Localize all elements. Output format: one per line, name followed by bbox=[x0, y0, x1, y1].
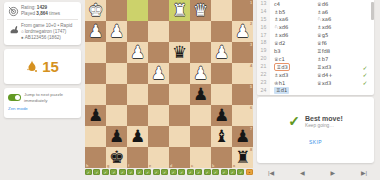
black-move-20[interactable]: ♗b7 bbox=[317, 56, 328, 63]
puzzle-info-card: Rating: 1429 Played 3,864 times From gam… bbox=[4, 2, 81, 45]
white-queen-c1[interactable]: ♛ bbox=[190, 0, 211, 21]
rating-section: Rating: 1429 Played 3,864 times bbox=[4, 2, 81, 19]
dartboard-icon bbox=[8, 6, 19, 17]
black-bishop-b7[interactable]: ♝ bbox=[211, 126, 232, 147]
white-move-20[interactable]: ♕c1 bbox=[274, 56, 285, 63]
board-square-e4[interactable]: ♟ bbox=[148, 63, 169, 84]
board-square-f6[interactable] bbox=[127, 105, 148, 126]
move-number: 15 bbox=[257, 16, 270, 24]
jump-toggle[interactable] bbox=[8, 94, 21, 101]
white-move-19[interactable]: b3 bbox=[274, 48, 281, 55]
board-square-c1[interactable]: ♛ bbox=[190, 0, 211, 21]
nav-prev-button[interactable]: ◀ bbox=[300, 170, 305, 176]
black-move-13[interactable]: ♕d6 bbox=[317, 1, 328, 8]
black-move-17[interactable]: ♕g5 bbox=[317, 32, 328, 39]
white-move-14[interactable]: ♗b5 bbox=[274, 9, 285, 16]
progress-cell-solved: ✓ bbox=[221, 169, 228, 175]
white-move-13[interactable]: c4 bbox=[274, 1, 280, 8]
progress-cell-solved: ✓ bbox=[102, 169, 109, 175]
black-pawn-b6[interactable]: ♟ bbox=[211, 105, 232, 126]
black-move-14[interactable]: ♗a6 bbox=[317, 9, 328, 16]
progress-cell-solved: ✓ bbox=[153, 169, 160, 175]
progress-cell-solved: ✓ bbox=[170, 169, 177, 175]
move-row-22: 22♗xd3♕d4+✓ bbox=[257, 71, 374, 79]
white-pawn-b3[interactable]: ♟ bbox=[211, 42, 232, 63]
settings-card: Jump to next puzzle immediately Zen mode bbox=[4, 88, 81, 118]
move-number: 21 bbox=[257, 63, 270, 71]
board-nav: |◀ ◀ ▶ ▶| bbox=[255, 166, 380, 180]
board-square-b3[interactable]: ♟ bbox=[211, 42, 232, 63]
white-move-15[interactable]: ♗xa6 bbox=[274, 16, 288, 23]
white-rook-d1[interactable]: ♜ bbox=[169, 0, 190, 21]
played-value: 3,864 bbox=[36, 11, 48, 16]
rank-label-7: 7 bbox=[250, 127, 252, 131]
board-square-f7[interactable]: ♟ bbox=[127, 126, 148, 147]
progress-cell-solved: ✓ bbox=[85, 169, 92, 175]
move-number: 18 bbox=[257, 39, 270, 47]
board-square-f2[interactable] bbox=[127, 21, 148, 42]
board-square-d4[interactable] bbox=[169, 63, 190, 84]
board-square-a7[interactable]: ♟7 bbox=[232, 126, 253, 147]
board-square-e5[interactable] bbox=[148, 84, 169, 105]
board-square-d2[interactable] bbox=[169, 21, 190, 42]
white-king-h1[interactable]: ♚ bbox=[85, 0, 106, 21]
board-square-h2[interactable]: ♟ bbox=[85, 21, 106, 42]
nav-first-button[interactable]: |◀ bbox=[268, 170, 274, 176]
progress-cell-solved: ✓ bbox=[161, 169, 168, 175]
rank-label-2: 2 bbox=[250, 22, 252, 26]
correct-move-check-icon: ✓ bbox=[356, 71, 374, 78]
best-move-check-icon: ✓ bbox=[288, 113, 300, 129]
progress-cell-solved: ✓ bbox=[136, 169, 143, 175]
progress-cell-current: ▪ bbox=[246, 169, 253, 175]
move-list[interactable]: 13c4♕d614♗b5♗a615♗xa6♘xa616♘xd6♗xd617♗xd… bbox=[257, 0, 374, 95]
move-number: 20 bbox=[257, 55, 270, 63]
move-number: 24 bbox=[257, 87, 270, 95]
progress-cell-solved: ✓ bbox=[93, 169, 100, 175]
move-row-19: 19b3♖fd8 bbox=[257, 47, 374, 55]
board-square-h6[interactable]: ♟ bbox=[85, 105, 106, 126]
white-pawn-f3[interactable]: ♟ bbox=[127, 42, 148, 63]
board-square-g6[interactable] bbox=[106, 105, 127, 126]
move-number: 13 bbox=[257, 0, 270, 8]
move-list-scrollbar[interactable] bbox=[371, 2, 374, 20]
progress-cell-solved: ✓ bbox=[187, 169, 194, 175]
black-disc-icon: ● bbox=[21, 35, 24, 40]
move-number: 22 bbox=[257, 71, 270, 79]
black-pawn-h6[interactable]: ♟ bbox=[85, 105, 106, 126]
move-row-17: 17♗xd6♕g5 bbox=[257, 32, 374, 40]
progress-cell-solved: ✓ bbox=[229, 169, 236, 175]
white-move-17[interactable]: ♗xd6 bbox=[274, 32, 288, 39]
move-row-21: 21♖d3♖xd3✓ bbox=[257, 63, 374, 71]
streak-card: 15 bbox=[4, 49, 81, 84]
board-square-c6[interactable] bbox=[190, 105, 211, 126]
move-row-15: 15♗xa6♘xa6 bbox=[257, 16, 374, 24]
zen-mode-link[interactable]: Zen mode bbox=[4, 104, 81, 113]
file-label-c: c bbox=[191, 164, 193, 168]
board-square-e1[interactable] bbox=[148, 0, 169, 21]
board-square-b1[interactable] bbox=[211, 0, 232, 21]
board-square-g4[interactable] bbox=[106, 63, 127, 84]
board-square-d1[interactable]: ♜ bbox=[169, 0, 190, 21]
black-pawn-g7[interactable]: ♟ bbox=[106, 126, 127, 147]
white-pawn-c4[interactable]: ♟ bbox=[190, 63, 211, 84]
black-pawn-f7[interactable]: ♟ bbox=[127, 126, 148, 147]
nav-last-button[interactable]: ▶| bbox=[361, 170, 367, 176]
board-square-g2[interactable]: ♟ bbox=[106, 21, 127, 42]
board-square-d3[interactable]: ♛ bbox=[169, 42, 190, 63]
board-square-h3[interactable] bbox=[85, 42, 106, 63]
progress-cell-solved: ✓ bbox=[178, 169, 185, 175]
board-square-a4[interactable]: 4 bbox=[232, 63, 253, 84]
rating-line: Rating: 1429 bbox=[21, 5, 47, 10]
progress-cell-solved: ✓ bbox=[204, 169, 211, 175]
white-pawn-e4[interactable]: ♟ bbox=[148, 63, 169, 84]
white-move-16[interactable]: ♘xd6 bbox=[274, 24, 288, 31]
black-move-22[interactable]: ♕d4+ bbox=[317, 72, 333, 79]
board-square-d5[interactable] bbox=[169, 84, 190, 105]
board-square-g5[interactable] bbox=[106, 84, 127, 105]
move-row-23: 23♔h1♕xd3✓ bbox=[257, 79, 374, 87]
jump-label: Jump to next puzzle immediately bbox=[24, 92, 77, 103]
rabbit-icon bbox=[8, 24, 19, 35]
board-square-h1[interactable]: ♚ bbox=[85, 0, 106, 21]
played-line: Played 3,864 times bbox=[21, 11, 60, 16]
move-number: 19 bbox=[257, 47, 270, 55]
board-square-h5[interactable] bbox=[85, 84, 106, 105]
rank-label-4: 4 bbox=[250, 64, 252, 68]
board-square-g8[interactable]: ♚g bbox=[106, 147, 127, 168]
black-queen-d3[interactable]: ♛ bbox=[169, 42, 190, 63]
black-move-19[interactable]: ♖fd8 bbox=[317, 48, 330, 55]
board-square-c7[interactable] bbox=[190, 126, 211, 147]
feedback-subtitle: Keep going… bbox=[305, 123, 343, 128]
black-move-23[interactable]: ♕xd3 bbox=[317, 80, 331, 87]
board-square-b7[interactable]: ♝ bbox=[211, 126, 232, 147]
white-move-18[interactable]: ♕d2 bbox=[274, 40, 285, 47]
move-row-18: 18♕d2♕f6 bbox=[257, 39, 374, 47]
board-square-c8[interactable]: c bbox=[190, 147, 211, 168]
move-row-24: 24♖d1 bbox=[257, 87, 374, 95]
chess-board[interactable]: ♚♜♛1♟♟♟2♟♛♟3♟♟4♟5♟♟6♟♟♝♟7h♚gfedcb♜8a bbox=[85, 0, 253, 168]
move-number: 14 bbox=[257, 8, 270, 16]
progress-cell-solved: ✓ bbox=[127, 169, 134, 175]
board-square-f3[interactable]: ♟ bbox=[127, 42, 148, 63]
white-disc-icon: ○ bbox=[21, 29, 24, 34]
rank-label-6: 6 bbox=[250, 106, 252, 110]
progress-cell-solved: ✓ bbox=[119, 169, 126, 175]
file-label-f: f bbox=[128, 164, 129, 168]
correct-move-check-icon: ✓ bbox=[356, 79, 374, 86]
streak-counter: 15 bbox=[42, 58, 59, 75]
streak-flame-icon bbox=[26, 60, 38, 73]
board-square-a1[interactable]: 1 bbox=[232, 0, 253, 21]
board-square-e7[interactable] bbox=[148, 126, 169, 147]
file-label-a: a bbox=[233, 164, 235, 168]
rank-label-3: 3 bbox=[250, 43, 252, 47]
rating-value: 1429 bbox=[37, 5, 47, 10]
board-square-g7[interactable]: ♟ bbox=[106, 126, 127, 147]
rank-label-5: 5 bbox=[250, 85, 252, 89]
board-square-d7[interactable] bbox=[169, 126, 190, 147]
move-row-16: 16♘xd6♗xd6 bbox=[257, 24, 374, 32]
board-square-d8[interactable]: d bbox=[169, 147, 190, 168]
board-square-e8[interactable]: e bbox=[148, 147, 169, 168]
feedback-title: Best move! bbox=[305, 115, 343, 122]
board-square-f1[interactable] bbox=[127, 0, 148, 21]
source-game-section: From game 10+0 • Rapid ○lordmegatron (17… bbox=[4, 20, 81, 43]
board-square-c3[interactable] bbox=[190, 42, 211, 63]
skip-button[interactable]: SKIP bbox=[257, 139, 374, 145]
board-square-f4[interactable] bbox=[127, 63, 148, 84]
board-square-b5[interactable] bbox=[211, 84, 232, 105]
move-row-14: 14♗b5♗a6 bbox=[257, 8, 374, 16]
board-square-d6[interactable] bbox=[169, 105, 190, 126]
move-number: 17 bbox=[257, 32, 270, 40]
board-square-c4[interactable]: ♟ bbox=[190, 63, 211, 84]
board-square-a2[interactable]: ♟2 bbox=[232, 21, 253, 42]
rank-label-1: 1 bbox=[250, 1, 252, 5]
file-label-b: b bbox=[212, 164, 214, 168]
progress-cell-solved: ✓ bbox=[144, 169, 151, 175]
black-pawn-c5[interactable]: ♟ bbox=[190, 84, 211, 105]
file-label-g: g bbox=[107, 164, 109, 168]
board-square-b4[interactable] bbox=[211, 63, 232, 84]
board-square-c5[interactable]: ♟ bbox=[190, 84, 211, 105]
board-square-h4[interactable] bbox=[85, 63, 106, 84]
white-move-22[interactable]: ♗xd3 bbox=[274, 72, 288, 79]
board-square-c2[interactable] bbox=[190, 21, 211, 42]
black-move-15[interactable]: ♘xa6 bbox=[317, 16, 331, 23]
board-square-b6[interactable]: ♟ bbox=[211, 105, 232, 126]
black-move-21[interactable]: ♖xd3 bbox=[317, 64, 331, 71]
black-move-16[interactable]: ♗xd6 bbox=[317, 24, 331, 31]
rank-label-8: 8 bbox=[250, 148, 252, 152]
from-game-link[interactable]: From game 10+0 • Rapid bbox=[21, 23, 72, 28]
black-player: ●AB123456 (1862) bbox=[21, 35, 72, 41]
white-move-21[interactable]: ♖d3 bbox=[274, 63, 290, 72]
white-move-23[interactable]: ♔h1 bbox=[274, 80, 285, 87]
progress-cell-solved: ✓ bbox=[237, 169, 244, 175]
board-square-h7[interactable] bbox=[85, 126, 106, 147]
board-square-a3[interactable]: 3 bbox=[232, 42, 253, 63]
streak-progress-bar: ✓✓✓✓✓✓✓✓✓✓✓✓✓✓✓✓✓✓✓▪ bbox=[85, 169, 253, 176]
board-square-h8[interactable]: h bbox=[85, 147, 106, 168]
board-square-f8[interactable]: f bbox=[127, 147, 148, 168]
progress-cell-solved: ✓ bbox=[110, 169, 117, 175]
move-row-13: 13c4♕d6 bbox=[257, 0, 374, 8]
puzzle-streak-screen: Rating: 1429 Played 3,864 times From gam… bbox=[0, 0, 380, 180]
board-square-a8[interactable]: ♜8a bbox=[232, 147, 253, 168]
board-square-g3[interactable] bbox=[106, 42, 127, 63]
board-square-f5[interactable] bbox=[127, 84, 148, 105]
file-label-d: d bbox=[170, 164, 172, 168]
progress-cell-solved: ✓ bbox=[212, 169, 219, 175]
progress-cell-solved: ✓ bbox=[195, 169, 202, 175]
move-number: 23 bbox=[257, 79, 270, 87]
white-move-24[interactable]: ♖d1 bbox=[274, 87, 289, 94]
board-square-e2[interactable] bbox=[148, 21, 169, 42]
board-square-e6[interactable] bbox=[148, 105, 169, 126]
board-square-g1[interactable] bbox=[106, 0, 127, 21]
nav-next-button[interactable]: ▶ bbox=[330, 170, 335, 176]
board-square-e3[interactable] bbox=[148, 42, 169, 63]
file-label-h: h bbox=[86, 164, 88, 168]
white-pawn-h2[interactable]: ♟ bbox=[85, 21, 106, 42]
board-square-a5[interactable]: 5 bbox=[232, 84, 253, 105]
move-number: 16 bbox=[257, 24, 270, 32]
correct-move-check-icon: ✓ bbox=[356, 64, 374, 71]
board-square-b2[interactable] bbox=[211, 21, 232, 42]
file-label-e: e bbox=[149, 164, 151, 168]
black-move-18[interactable]: ♕f6 bbox=[317, 40, 327, 47]
feedback-panel: ✓ Best move! Keep going… SKIP bbox=[257, 97, 374, 163]
white-pawn-g2[interactable]: ♟ bbox=[106, 21, 127, 42]
board-square-a6[interactable]: 6 bbox=[232, 105, 253, 126]
board-square-b8[interactable]: b bbox=[211, 147, 232, 168]
